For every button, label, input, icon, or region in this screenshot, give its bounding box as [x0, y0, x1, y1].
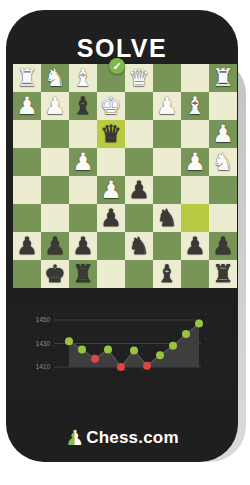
black-knight-piece[interactable]: ♞	[153, 204, 181, 232]
chesscom-logo: ♟♟ Chess.com	[6, 426, 238, 450]
black-pawn-piece[interactable]: ♟	[69, 232, 97, 260]
square-r1c8[interactable]: ♜	[209, 64, 237, 92]
rating-chart-panel: 145014301410	[10, 302, 234, 398]
correct-move-checkmark-icon: ✓	[109, 58, 125, 74]
square-r3c2[interactable]	[41, 120, 69, 148]
rating-dot-loss	[91, 355, 99, 363]
square-r6c6[interactable]: ♞	[153, 204, 181, 232]
square-r6c3[interactable]	[69, 204, 97, 232]
square-r7c3[interactable]: ♟	[69, 232, 97, 260]
square-r4c5[interactable]	[125, 148, 153, 176]
square-r8c1[interactable]	[13, 260, 41, 288]
square-r6c5[interactable]	[125, 204, 153, 232]
square-r3c3[interactable]	[69, 120, 97, 148]
square-r7c1[interactable]: ♟	[13, 232, 41, 260]
square-r4c2[interactable]	[41, 148, 69, 176]
white-bishop-piece[interactable]: ♝	[69, 64, 97, 92]
rating-dot-loss	[117, 363, 125, 371]
square-r3c8[interactable]: ♟	[209, 120, 237, 148]
square-r4c4[interactable]	[97, 148, 125, 176]
square-r2c6[interactable]: ♟	[153, 92, 181, 120]
black-bishop-piece[interactable]: ♝	[153, 260, 181, 288]
white-rook-piece[interactable]: ♜	[13, 64, 41, 92]
square-r6c7[interactable]	[181, 204, 209, 232]
square-r2c5[interactable]	[125, 92, 153, 120]
white-pawn-piece[interactable]: ♟	[13, 92, 41, 120]
square-r8c5[interactable]	[125, 260, 153, 288]
rating-dot-win	[156, 351, 164, 359]
square-r8c6[interactable]: ♝	[153, 260, 181, 288]
black-pawn-piece[interactable]: ♟	[209, 232, 237, 260]
square-r8c3[interactable]: ♜	[69, 260, 97, 288]
square-r3c4[interactable]: ♛	[97, 120, 125, 148]
square-r4c3[interactable]: ♟	[69, 148, 97, 176]
square-r6c2[interactable]	[41, 204, 69, 232]
square-r3c1[interactable]	[13, 120, 41, 148]
rating-dot-loss	[143, 362, 151, 370]
white-knight-piece[interactable]: ♞	[41, 64, 69, 92]
white-queen-piece[interactable]: ♛	[125, 64, 153, 92]
black-pawn-piece[interactable]: ♟	[181, 232, 209, 260]
square-r7c2[interactable]: ♟	[41, 232, 69, 260]
white-bishop-piece[interactable]: ♝	[181, 92, 209, 120]
white-king-piece[interactable]: ♚	[97, 92, 125, 120]
square-r1c1[interactable]: ♜	[13, 64, 41, 92]
square-r2c4[interactable]: ♚	[97, 92, 125, 120]
square-r7c5[interactable]: ♞	[125, 232, 153, 260]
square-r5c5[interactable]: ♟	[125, 176, 153, 204]
square-r2c2[interactable]: ♟	[41, 92, 69, 120]
square-r8c8[interactable]: ♜	[209, 260, 237, 288]
square-r2c8[interactable]	[209, 92, 237, 120]
black-pawn-piece[interactable]: ♟	[13, 232, 41, 260]
ad-canvas: SOLVE ♜♞♝♛♜♟♟♝♚♟♝♛♟♟♟♞♟♟♟♞♟♟♟♞♟♟♚♜♝♜ ✓ 1…	[0, 0, 250, 485]
square-r7c4[interactable]	[97, 232, 125, 260]
square-r4c1[interactable]	[13, 148, 41, 176]
white-pawn-piece[interactable]: ♟	[69, 148, 97, 176]
phone-frame: SOLVE ♜♞♝♛♜♟♟♝♚♟♝♛♟♟♟♞♟♟♟♞♟♟♟♞♟♟♚♜♝♜ ✓ 1…	[6, 10, 238, 462]
square-r5c4[interactable]: ♟	[97, 176, 125, 204]
black-king-piece[interactable]: ♚	[41, 260, 69, 288]
square-r5c8[interactable]	[209, 176, 237, 204]
square-r6c4[interactable]: ♟	[97, 204, 125, 232]
square-r2c1[interactable]: ♟	[13, 92, 41, 120]
square-r7c6[interactable]	[153, 232, 181, 260]
square-r3c6[interactable]	[153, 120, 181, 148]
square-r8c4[interactable]	[97, 260, 125, 288]
square-r5c1[interactable]	[13, 176, 41, 204]
square-r5c2[interactable]	[41, 176, 69, 204]
square-r4c8[interactable]: ♞	[209, 148, 237, 176]
square-r5c3[interactable]	[69, 176, 97, 204]
square-r5c6[interactable]	[153, 176, 181, 204]
square-r8c7[interactable]	[181, 260, 209, 288]
y-tick-label: 1450	[36, 316, 51, 323]
rating-dot-win	[195, 320, 203, 328]
square-r2c3[interactable]: ♝	[69, 92, 97, 120]
square-r4c7[interactable]: ♟	[181, 148, 209, 176]
square-r4c6[interactable]	[153, 148, 181, 176]
white-pawn-piece[interactable]: ♟	[209, 120, 237, 148]
black-knight-piece[interactable]: ♞	[125, 232, 153, 260]
white-pawn-piece[interactable]: ♟	[41, 92, 69, 120]
square-r1c7[interactable]	[181, 64, 209, 92]
y-tick-label: 1430	[36, 340, 51, 347]
square-r5c7[interactable]	[181, 176, 209, 204]
brand-suffix: .com	[138, 428, 178, 447]
rating-dot-win	[130, 347, 138, 355]
square-r1c2[interactable]: ♞	[41, 64, 69, 92]
page-title: SOLVE	[6, 34, 238, 63]
rating-chart: 145014301410	[26, 313, 226, 385]
square-r7c7[interactable]: ♟	[181, 232, 209, 260]
rating-area-fill	[69, 324, 199, 367]
white-rook-piece[interactable]: ♜	[209, 64, 237, 92]
white-pawn-piece[interactable]: ♟	[97, 176, 125, 204]
y-tick-label: 1410	[36, 363, 51, 370]
square-r1c6[interactable]	[153, 64, 181, 92]
square-r1c5[interactable]: ♛	[125, 64, 153, 92]
square-r6c8[interactable]	[209, 204, 237, 232]
rating-dot-win	[182, 330, 190, 338]
square-r3c5[interactable]	[125, 120, 153, 148]
black-rook-piece[interactable]: ♜	[209, 260, 237, 288]
black-pawn-piece[interactable]: ♟	[41, 232, 69, 260]
black-bishop-piece[interactable]: ♝	[69, 92, 97, 120]
pawn-logo-icon: ♟♟	[65, 426, 83, 450]
rating-dot-win	[78, 345, 86, 353]
black-pawn-piece[interactable]: ♟	[125, 176, 153, 204]
black-pawn-piece[interactable]: ♟	[97, 204, 125, 232]
black-queen-piece[interactable]: ♛	[97, 120, 125, 148]
black-rook-piece[interactable]: ♜	[69, 260, 97, 288]
square-r6c1[interactable]	[13, 204, 41, 232]
white-pawn-piece[interactable]: ♟	[181, 148, 209, 176]
square-r2c7[interactable]: ♝	[181, 92, 209, 120]
square-r1c3[interactable]: ♝	[69, 64, 97, 92]
rating-dot-win	[104, 345, 112, 353]
square-r3c7[interactable]	[181, 120, 209, 148]
square-r7c8[interactable]: ♟	[209, 232, 237, 260]
brand-wordmark: Chess.com	[86, 428, 179, 448]
white-knight-piece[interactable]: ♞	[209, 148, 237, 176]
white-pawn-piece[interactable]: ♟	[153, 92, 181, 120]
rating-dot-win	[65, 337, 73, 345]
square-r8c2[interactable]: ♚	[41, 260, 69, 288]
chess-board[interactable]: ♜♞♝♛♜♟♟♝♚♟♝♛♟♟♟♞♟♟♟♞♟♟♟♞♟♟♚♜♝♜	[13, 64, 237, 288]
brand-main: Chess	[86, 428, 138, 447]
rating-dot-win	[169, 342, 177, 350]
